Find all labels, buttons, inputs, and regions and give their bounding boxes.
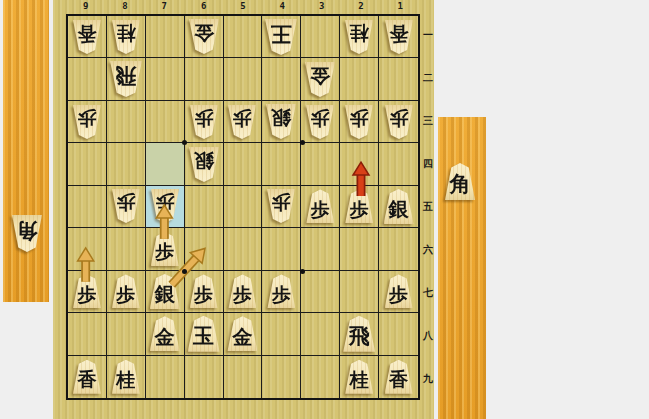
gote-銀-piece[interactable]: 銀 [189, 147, 219, 182]
piece-kanji: 飛 [349, 326, 370, 347]
square-2e[interactable]: 歩 [340, 186, 379, 228]
piece-kanji: 歩 [311, 200, 330, 219]
koma-shape: 歩 [228, 274, 256, 308]
star-point [182, 140, 187, 145]
gote-香-piece[interactable]: 香 [385, 20, 413, 54]
gote-歩-piece[interactable]: 歩 [267, 189, 295, 223]
piece-kanji: 金 [310, 66, 330, 86]
piece-kanji: 歩 [77, 109, 96, 128]
square-8h[interactable] [107, 313, 146, 355]
gote-桂-piece[interactable]: 桂 [112, 20, 140, 54]
piece-kanji: 香 [77, 370, 96, 389]
square-8g[interactable]: 歩 [107, 271, 146, 313]
sente-歩-piece[interactable]: 歩 [190, 274, 218, 308]
square-4b[interactable] [262, 58, 301, 100]
piece-kanji: 歩 [194, 285, 213, 304]
piece-kanji: 桂 [116, 370, 135, 389]
koma-shape: 香 [385, 360, 413, 394]
sente-香-piece[interactable]: 香 [385, 360, 413, 394]
square-4a[interactable]: 王 [262, 16, 301, 58]
koma-shape: 歩 [385, 274, 413, 308]
file-label-1: 1 [381, 0, 420, 12]
piece-kanji: 歩 [350, 200, 369, 219]
square-5i[interactable] [224, 356, 263, 398]
rank-label-7: 七 [421, 271, 435, 314]
piece-kanji: 玉 [193, 326, 214, 347]
rank-label-9: 九 [421, 357, 435, 400]
koma-shape: 歩 [267, 274, 295, 308]
koma-shape: 角 [445, 163, 475, 200]
square-3a[interactable] [301, 16, 340, 58]
koma-shape: 歩 [267, 189, 295, 223]
square-9i[interactable]: 香 [68, 356, 107, 398]
koma-shape: 歩 [190, 274, 218, 308]
square-7f[interactable]: 歩 [146, 228, 185, 270]
koma-shape: 銀 [266, 104, 296, 139]
square-5g[interactable]: 歩 [224, 271, 263, 313]
koma-shape: 歩 [385, 105, 413, 139]
gote-歩-piece[interactable]: 歩 [228, 105, 256, 139]
square-1e[interactable]: 銀 [379, 186, 418, 228]
square-7a[interactable] [146, 16, 185, 58]
file-label-8: 8 [105, 0, 144, 12]
koma-shape: 金 [227, 316, 257, 351]
koma-shape: 金 [189, 19, 219, 54]
koma-shape: 歩 [151, 232, 179, 266]
koma-shape: 飛 [343, 316, 375, 352]
square-6d[interactable]: 銀 [185, 143, 224, 185]
square-9h[interactable] [68, 313, 107, 355]
koma-shape: 歩 [345, 189, 373, 223]
piece-kanji: 銀 [194, 151, 214, 171]
square-5b[interactable] [224, 58, 263, 100]
file-label-5: 5 [223, 0, 262, 12]
square-9c[interactable]: 歩 [68, 101, 107, 143]
rank-coordinate-labels: 一二三四五六七八九 [421, 14, 435, 400]
koma-shape: 角 [12, 215, 42, 252]
gote-hand-stand: 角 [3, 0, 49, 302]
sente-桂-piece[interactable]: 桂 [345, 360, 373, 394]
file-label-2: 2 [341, 0, 380, 12]
square-3e[interactable]: 歩 [301, 186, 340, 228]
gote-歩-piece[interactable]: 歩 [151, 189, 179, 223]
square-6i[interactable] [185, 356, 224, 398]
square-1g[interactable]: 歩 [379, 271, 418, 313]
square-6g[interactable]: 歩 [185, 271, 224, 313]
square-6h[interactable]: 玉 [185, 313, 224, 355]
square-6b[interactable] [185, 58, 224, 100]
square-2h[interactable]: 飛 [340, 313, 379, 355]
sente-香-piece[interactable]: 香 [73, 360, 101, 394]
koma-shape: 歩 [306, 105, 334, 139]
square-8f[interactable] [107, 228, 146, 270]
gote-歩-piece[interactable]: 歩 [112, 189, 140, 223]
square-6f[interactable] [185, 228, 224, 270]
koma-shape: 歩 [112, 189, 140, 223]
square-4i[interactable] [262, 356, 301, 398]
piece-kanji: 歩 [116, 285, 135, 304]
square-4f[interactable] [262, 228, 301, 270]
sente-銀-piece[interactable]: 銀 [384, 189, 414, 224]
piece-kanji: 歩 [116, 194, 135, 213]
square-3b[interactable]: 金 [301, 58, 340, 100]
gote-歩-piece[interactable]: 歩 [306, 105, 334, 139]
gote-hand-角[interactable]: 角 [12, 215, 42, 252]
piece-kanji: 金 [155, 327, 175, 347]
gote-香-piece[interactable]: 香 [73, 20, 101, 54]
koma-shape: 桂 [112, 360, 140, 394]
star-point [182, 269, 187, 274]
square-9a[interactable]: 香 [68, 16, 107, 58]
sente-金-piece[interactable]: 金 [227, 316, 257, 351]
koma-shape: 玉 [188, 316, 220, 352]
square-7g[interactable]: 銀 [146, 271, 185, 313]
square-4e[interactable]: 歩 [262, 186, 301, 228]
koma-shape: 桂 [345, 360, 373, 394]
sente-歩-piece[interactable]: 歩 [385, 274, 413, 308]
koma-shape: 歩 [306, 189, 334, 223]
square-3c[interactable]: 歩 [301, 101, 340, 143]
koma-shape: 桂 [112, 20, 140, 54]
piece-kanji: 角 [17, 220, 38, 241]
square-9g[interactable]: 歩 [68, 271, 107, 313]
square-9e[interactable] [68, 186, 107, 228]
piece-kanji: 銀 [155, 284, 175, 304]
koma-shape: 銀 [150, 274, 180, 309]
square-4h[interactable] [262, 313, 301, 355]
piece-kanji: 歩 [155, 194, 174, 213]
square-4g[interactable]: 歩 [262, 271, 301, 313]
koma-shape: 金 [150, 316, 180, 351]
square-1c[interactable]: 歩 [379, 101, 418, 143]
square-7c[interactable] [146, 101, 185, 143]
square-2f[interactable] [340, 228, 379, 270]
square-3i[interactable] [301, 356, 340, 398]
piece-kanji: 歩 [233, 285, 252, 304]
square-7h[interactable]: 金 [146, 313, 185, 355]
square-5c[interactable]: 歩 [224, 101, 263, 143]
gote-歩-piece[interactable]: 歩 [385, 105, 413, 139]
square-8c[interactable] [107, 101, 146, 143]
piece-kanji: 歩 [389, 109, 408, 128]
square-1b[interactable] [379, 58, 418, 100]
sente-銀-piece[interactable]: 銀 [150, 274, 180, 309]
koma-shape: 歩 [151, 189, 179, 223]
square-5d[interactable] [224, 143, 263, 185]
koma-shape: 歩 [228, 105, 256, 139]
gote-金-piece[interactable]: 金 [189, 19, 219, 54]
sente-飛-piece[interactable]: 飛 [343, 316, 375, 352]
square-8a[interactable]: 桂 [107, 16, 146, 58]
piece-kanji: 歩 [389, 285, 408, 304]
square-7e[interactable]: 歩 [146, 186, 185, 228]
gote-飛-piece[interactable]: 飛 [110, 61, 142, 97]
piece-kanji: 歩 [233, 109, 252, 128]
koma-shape: 銀 [189, 147, 219, 182]
square-1f[interactable] [379, 228, 418, 270]
square-7i[interactable] [146, 356, 185, 398]
piece-kanji: 香 [389, 24, 408, 43]
square-4d[interactable] [262, 143, 301, 185]
rank-label-3: 三 [421, 100, 435, 143]
sente-hand-stand: 角 [438, 117, 486, 419]
file-coordinate-labels: 987654321 [66, 0, 420, 12]
piece-kanji: 桂 [350, 24, 369, 43]
piece-kanji: 角 [450, 174, 471, 195]
piece-kanji: 桂 [116, 24, 135, 43]
sente-玉-piece[interactable]: 玉 [188, 316, 220, 352]
square-1a[interactable]: 香 [379, 16, 418, 58]
gote-歩-piece[interactable]: 歩 [190, 105, 218, 139]
sente-歩-piece[interactable]: 歩 [345, 189, 373, 223]
rank-label-6: 六 [421, 228, 435, 271]
square-2g[interactable] [340, 271, 379, 313]
koma-shape: 銀 [384, 189, 414, 224]
piece-kanji: 歩 [77, 285, 96, 304]
koma-shape: 香 [73, 20, 101, 54]
square-6c[interactable]: 歩 [185, 101, 224, 143]
sente-金-piece[interactable]: 金 [150, 316, 180, 351]
sente-歩-piece[interactable]: 歩 [267, 274, 295, 308]
piece-kanji: 歩 [155, 242, 174, 261]
file-label-4: 4 [263, 0, 302, 12]
gote-歩-piece[interactable]: 歩 [345, 105, 373, 139]
square-2b[interactable] [340, 58, 379, 100]
gote-銀-piece[interactable]: 銀 [266, 104, 296, 139]
star-point [300, 140, 305, 145]
sente-桂-piece[interactable]: 桂 [112, 360, 140, 394]
piece-kanji: 王 [271, 23, 292, 44]
square-5a[interactable] [224, 16, 263, 58]
star-point [300, 269, 305, 274]
sente-歩-piece[interactable]: 歩 [73, 274, 101, 308]
koma-shape: 歩 [345, 105, 373, 139]
koma-shape: 香 [385, 20, 413, 54]
rank-label-4: 四 [421, 143, 435, 186]
file-label-7: 7 [145, 0, 184, 12]
square-2i[interactable]: 桂 [340, 356, 379, 398]
piece-kanji: 歩 [350, 109, 369, 128]
sente-歩-piece[interactable]: 歩 [306, 189, 334, 223]
piece-kanji: 桂 [350, 370, 369, 389]
square-3d[interactable] [301, 143, 340, 185]
koma-shape: 飛 [110, 61, 142, 97]
square-7d[interactable] [146, 143, 185, 185]
square-1i[interactable]: 香 [379, 356, 418, 398]
koma-shape: 歩 [190, 105, 218, 139]
shogi-app: 角 角 987654321 一二三四五六七八九 香桂金王桂香飛金歩歩歩銀歩歩歩銀… [0, 0, 649, 419]
koma-shape: 香 [73, 360, 101, 394]
square-8e[interactable]: 歩 [107, 186, 146, 228]
square-9b[interactable] [68, 58, 107, 100]
gote-王-piece[interactable]: 王 [265, 19, 297, 55]
sente-歩-piece[interactable]: 歩 [228, 274, 256, 308]
square-3g[interactable] [301, 271, 340, 313]
file-label-9: 9 [66, 0, 105, 12]
gote-歩-piece[interactable]: 歩 [73, 105, 101, 139]
square-5f[interactable] [224, 228, 263, 270]
sente-歩-piece[interactable]: 歩 [151, 232, 179, 266]
square-5h[interactable]: 金 [224, 313, 263, 355]
sente-hand-角[interactable]: 角 [445, 163, 475, 200]
square-8b[interactable]: 飛 [107, 58, 146, 100]
square-6e[interactable] [185, 186, 224, 228]
koma-shape: 金 [305, 62, 335, 97]
rank-label-1: 一 [421, 14, 435, 57]
square-1d[interactable] [379, 143, 418, 185]
gote-桂-piece[interactable]: 桂 [345, 20, 373, 54]
square-4c[interactable]: 銀 [262, 101, 301, 143]
square-9f[interactable] [68, 228, 107, 270]
square-2c[interactable]: 歩 [340, 101, 379, 143]
koma-shape: 歩 [73, 274, 101, 308]
koma-shape: 歩 [112, 274, 140, 308]
piece-kanji: 金 [232, 327, 252, 347]
square-2d[interactable] [340, 143, 379, 185]
square-7b[interactable] [146, 58, 185, 100]
square-6a[interactable]: 金 [185, 16, 224, 58]
file-label-3: 3 [302, 0, 341, 12]
sente-歩-piece[interactable]: 歩 [112, 274, 140, 308]
koma-shape: 歩 [73, 105, 101, 139]
piece-kanji: 歩 [311, 109, 330, 128]
square-8d[interactable] [107, 143, 146, 185]
file-label-6: 6 [184, 0, 223, 12]
piece-kanji: 香 [389, 370, 408, 389]
piece-kanji: 香 [77, 24, 96, 43]
piece-kanji: 銀 [271, 109, 291, 129]
rank-label-2: 二 [421, 57, 435, 100]
rank-label-5: 五 [421, 186, 435, 229]
square-8i[interactable]: 桂 [107, 356, 146, 398]
piece-kanji: 歩 [194, 109, 213, 128]
piece-kanji: 金 [194, 24, 214, 44]
square-5e[interactable] [224, 186, 263, 228]
piece-kanji: 飛 [115, 66, 136, 87]
piece-kanji: 銀 [389, 199, 409, 219]
piece-kanji: 歩 [272, 194, 291, 213]
board-grid: 香桂金王桂香飛金歩歩歩銀歩歩歩銀歩歩歩歩歩銀歩歩歩銀歩歩歩歩金玉金飛香桂桂香 [66, 14, 420, 400]
square-3h[interactable] [301, 313, 340, 355]
square-3f[interactable] [301, 228, 340, 270]
gote-金-piece[interactable]: 金 [305, 62, 335, 97]
koma-shape: 王 [265, 19, 297, 55]
koma-shape: 桂 [345, 20, 373, 54]
piece-kanji: 歩 [272, 285, 291, 304]
square-1h[interactable] [379, 313, 418, 355]
square-9d[interactable] [68, 143, 107, 185]
square-2a[interactable]: 桂 [340, 16, 379, 58]
rank-label-8: 八 [421, 314, 435, 357]
